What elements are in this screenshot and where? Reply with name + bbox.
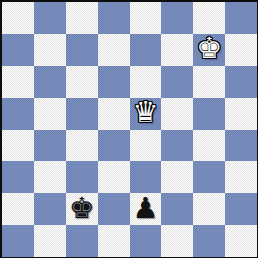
square-f5[interactable] [161, 98, 193, 130]
square-d4[interactable] [98, 130, 130, 162]
square-c6[interactable] [66, 66, 98, 98]
square-a5[interactable] [2, 98, 34, 130]
square-d8[interactable] [98, 2, 130, 34]
white-king-piece[interactable]: ♚ [196, 34, 222, 63]
square-b7[interactable] [34, 34, 66, 66]
square-d7[interactable] [98, 34, 130, 66]
white-queen-piece[interactable]: ♛ [132, 98, 158, 127]
square-g3[interactable] [193, 161, 225, 193]
square-e2[interactable]: ♟ [130, 193, 162, 225]
square-c1[interactable] [66, 225, 98, 257]
square-e4[interactable] [130, 130, 162, 162]
square-g5[interactable] [193, 98, 225, 130]
square-c7[interactable] [66, 34, 98, 66]
square-h4[interactable] [225, 130, 257, 162]
square-g8[interactable] [193, 2, 225, 34]
square-e8[interactable] [130, 2, 162, 34]
square-e7[interactable] [130, 34, 162, 66]
square-b3[interactable] [34, 161, 66, 193]
square-g2[interactable] [193, 193, 225, 225]
square-d1[interactable] [98, 225, 130, 257]
square-g7[interactable]: ♚ [193, 34, 225, 66]
square-h3[interactable] [225, 161, 257, 193]
square-h6[interactable] [225, 66, 257, 98]
square-b1[interactable] [34, 225, 66, 257]
square-c5[interactable] [66, 98, 98, 130]
square-f6[interactable] [161, 66, 193, 98]
square-d6[interactable] [98, 66, 130, 98]
square-a1[interactable] [2, 225, 34, 257]
square-f7[interactable] [161, 34, 193, 66]
square-e3[interactable] [130, 161, 162, 193]
square-e1[interactable] [130, 225, 162, 257]
square-h7[interactable] [225, 34, 257, 66]
square-a7[interactable] [2, 34, 34, 66]
square-d5[interactable] [98, 98, 130, 130]
square-h5[interactable] [225, 98, 257, 130]
square-a8[interactable] [2, 2, 34, 34]
square-g6[interactable] [193, 66, 225, 98]
square-f2[interactable] [161, 193, 193, 225]
square-c2[interactable]: ♚ [66, 193, 98, 225]
square-f4[interactable] [161, 130, 193, 162]
square-a4[interactable] [2, 130, 34, 162]
square-c8[interactable] [66, 2, 98, 34]
square-a2[interactable] [2, 193, 34, 225]
square-d3[interactable] [98, 161, 130, 193]
square-b8[interactable] [34, 2, 66, 34]
square-e6[interactable] [130, 66, 162, 98]
square-c4[interactable] [66, 130, 98, 162]
square-a3[interactable] [2, 161, 34, 193]
square-f3[interactable] [161, 161, 193, 193]
square-g1[interactable] [193, 225, 225, 257]
square-c3[interactable] [66, 161, 98, 193]
black-king-piece[interactable]: ♚ [69, 194, 95, 223]
square-h2[interactable] [225, 193, 257, 225]
chess-board-frame: ♚♛♚♟ [0, 0, 258, 258]
square-b5[interactable] [34, 98, 66, 130]
square-d2[interactable] [98, 193, 130, 225]
square-b2[interactable] [34, 193, 66, 225]
square-b4[interactable] [34, 130, 66, 162]
black-pawn-piece[interactable]: ♟ [132, 194, 158, 223]
square-b6[interactable] [34, 66, 66, 98]
square-f1[interactable] [161, 225, 193, 257]
square-h8[interactable] [225, 2, 257, 34]
square-h1[interactable] [225, 225, 257, 257]
square-f8[interactable] [161, 2, 193, 34]
square-g4[interactable] [193, 130, 225, 162]
chess-board: ♚♛♚♟ [2, 2, 257, 257]
square-a6[interactable] [2, 66, 34, 98]
square-e5[interactable]: ♛ [130, 98, 162, 130]
